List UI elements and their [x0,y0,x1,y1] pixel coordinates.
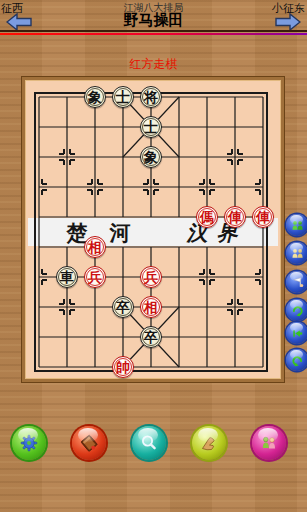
players-yellow-button[interactable] [286,242,307,264]
redo-arrow-icon [291,304,304,317]
piece-black-象[interactable]: 象 [84,86,106,108]
piece-red-傌[interactable]: 傌 [196,206,218,228]
undo-button[interactable] [286,349,307,371]
piece-red-俥[interactable]: 俥 [224,206,246,228]
magnifier-icon [140,434,158,452]
app-screen: 征西 小征东 江湖八大排局 野马操田 红方走棋 楚河汉界 象士将士象傌俥俥相車兵… [0,0,307,512]
divider-gradient [0,33,307,35]
piece-red-相[interactable]: 相 [84,236,106,258]
puzzle-title: 野马操田 [0,11,307,30]
piece-black-卒[interactable]: 卒 [112,296,134,318]
jump-first-arrow-icon [291,327,304,340]
settings-button[interactable] [12,426,46,460]
piece-black-将[interactable]: 将 [140,86,162,108]
piece-black-卒[interactable]: 卒 [140,326,162,348]
piece-black-車[interactable]: 車 [56,266,78,288]
players-red-button[interactable] [286,214,307,236]
book-icon [80,434,98,452]
white-flag-icon [291,276,304,289]
next-puzzle-button[interactable] [275,13,301,31]
two-players-yellow-icon [291,247,304,260]
hand-icon [200,434,218,452]
jump-first-button[interactable] [286,322,307,344]
redo-button[interactable] [286,299,307,321]
right-arrow-icon [275,13,301,31]
turn-status: 红方走棋 [0,56,307,73]
piece-black-象[interactable]: 象 [140,146,162,168]
piece-red-兵[interactable]: 兵 [84,266,106,288]
gear-icon [20,434,38,452]
two-players-green-icon [291,219,304,232]
prev-puzzle-button[interactable] [6,13,32,31]
flag-button[interactable] [286,271,307,293]
undo-arrow-icon [291,354,304,367]
piece-red-兵[interactable]: 兵 [140,266,162,288]
book-button[interactable] [72,426,106,460]
xiangqi-board[interactable]: 楚河汉界 象士将士象傌俥俥相車兵兵卒相卒帥 [22,77,284,382]
piece-black-士[interactable]: 士 [140,116,162,138]
players-button[interactable] [252,426,286,460]
search-button[interactable] [132,426,166,460]
left-arrow-icon [6,13,32,31]
piece-red-俥[interactable]: 俥 [252,206,274,228]
bottom-toolbar [12,426,286,460]
hint-hand-button[interactable] [192,426,226,460]
pieces-layer: 象士将士象傌俥俥相車兵兵卒相卒帥 [25,82,277,382]
piece-black-士[interactable]: 士 [112,86,134,108]
people-icon [260,434,278,452]
piece-red-帥[interactable]: 帥 [112,356,134,378]
divider-shadow [0,30,307,32]
piece-red-相[interactable]: 相 [140,296,162,318]
